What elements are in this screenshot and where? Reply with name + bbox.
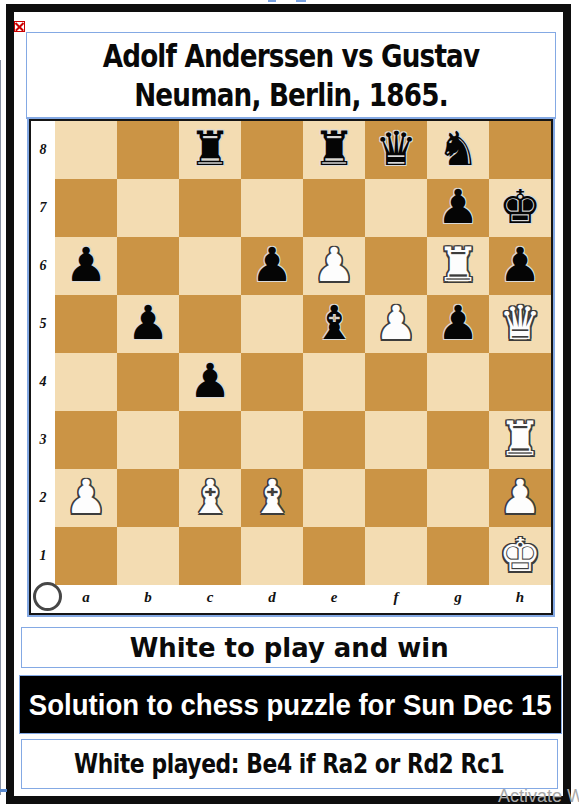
top-artifact-dash xyxy=(268,0,276,2)
solution-moves-box: White played: Be4 if Ra2 or Rd2 Rc1 xyxy=(21,739,558,789)
board-squares: ♜♜♛♞♟♚♟♟♟♜♟♟♝♟♟♛♟♜♟♝♝♟♚ xyxy=(55,121,551,585)
square-b1[interactable] xyxy=(117,527,179,585)
square-b3[interactable] xyxy=(117,411,179,469)
square-d7[interactable] xyxy=(241,179,303,237)
white-bishop-c2[interactable]: ♝ xyxy=(179,469,241,527)
top-artifact-dash xyxy=(296,0,306,2)
square-f3[interactable] xyxy=(365,411,427,469)
square-f7[interactable] xyxy=(365,179,427,237)
square-e8[interactable]: ♜ xyxy=(303,121,365,179)
white-rook-h3[interactable]: ♜ xyxy=(489,411,551,469)
square-e5[interactable]: ♝ xyxy=(303,295,365,353)
square-c7[interactable] xyxy=(179,179,241,237)
prompt-box: White to play and win xyxy=(21,627,558,668)
square-h8[interactable] xyxy=(489,121,551,179)
square-f2[interactable] xyxy=(365,469,427,527)
square-g6[interactable]: ♜ xyxy=(427,237,489,295)
square-d4[interactable] xyxy=(241,353,303,411)
rank-label-3: 3 xyxy=(31,411,55,469)
square-g1[interactable] xyxy=(427,527,489,585)
square-c5[interactable] xyxy=(179,295,241,353)
white-king-h1[interactable]: ♚ xyxy=(489,527,551,585)
square-a2[interactable]: ♟ xyxy=(55,469,117,527)
chess-board: 87654321 ♜♜♛♞♟♚♟♟♟♜♟♟♝♟♟♛♟♜♟♝♝♟♚ abcdefg… xyxy=(29,119,553,615)
square-d3[interactable] xyxy=(241,411,303,469)
square-g2[interactable] xyxy=(427,469,489,527)
file-label-g: g xyxy=(427,585,489,613)
square-b7[interactable] xyxy=(117,179,179,237)
square-h4[interactable] xyxy=(489,353,551,411)
square-f5[interactable]: ♟ xyxy=(365,295,427,353)
square-a1[interactable] xyxy=(55,527,117,585)
square-h3[interactable]: ♜ xyxy=(489,411,551,469)
rank-label-8: 8 xyxy=(31,121,55,179)
black-bishop-e5[interactable]: ♝ xyxy=(303,295,365,353)
white-rook-g6[interactable]: ♜ xyxy=(427,237,489,295)
square-a6[interactable]: ♟ xyxy=(55,237,117,295)
square-f8[interactable]: ♛ xyxy=(365,121,427,179)
square-c3[interactable] xyxy=(179,411,241,469)
black-rook-c8[interactable]: ♜ xyxy=(179,121,241,179)
rank-label-4: 4 xyxy=(31,353,55,411)
square-g4[interactable] xyxy=(427,353,489,411)
solution-header-box: Solution to chess puzzle for Sun Dec 15 xyxy=(19,675,562,734)
square-b6[interactable] xyxy=(117,237,179,295)
square-a8[interactable] xyxy=(55,121,117,179)
page: Adolf Anderssen vs Gustav Neuman, Berlin… xyxy=(0,0,579,804)
square-b8[interactable] xyxy=(117,121,179,179)
square-c8[interactable]: ♜ xyxy=(179,121,241,179)
square-g3[interactable] xyxy=(427,411,489,469)
bottom-artifact-dash xyxy=(0,789,7,792)
file-label-b: b xyxy=(117,585,179,613)
file-label-h: h xyxy=(489,585,551,613)
black-pawn-h6[interactable]: ♟ xyxy=(489,237,551,295)
square-h6[interactable]: ♟ xyxy=(489,237,551,295)
rank-labels: 87654321 xyxy=(31,121,55,585)
square-c6[interactable] xyxy=(179,237,241,295)
white-pawn-f5[interactable]: ♟ xyxy=(365,295,427,353)
square-b4[interactable] xyxy=(117,353,179,411)
square-d6[interactable]: ♟ xyxy=(241,237,303,295)
page-title-line1: Adolf Anderssen vs Gustav xyxy=(75,37,508,76)
file-labels: abcdefgh xyxy=(55,585,551,613)
square-a7[interactable] xyxy=(55,179,117,237)
file-label-e: e xyxy=(303,585,365,613)
square-e4[interactable] xyxy=(303,353,365,411)
square-g8[interactable]: ♞ xyxy=(427,121,489,179)
file-label-d: d xyxy=(241,585,303,613)
square-f4[interactable] xyxy=(365,353,427,411)
black-queen-f8[interactable]: ♛ xyxy=(365,121,427,179)
square-c2[interactable]: ♝ xyxy=(179,469,241,527)
square-e6[interactable]: ♟ xyxy=(303,237,365,295)
square-b5[interactable]: ♟ xyxy=(117,295,179,353)
square-f1[interactable] xyxy=(365,527,427,585)
rank-label-7: 7 xyxy=(31,179,55,237)
file-label-a: a xyxy=(55,585,117,613)
black-pawn-a6[interactable]: ♟ xyxy=(55,237,117,295)
square-h5[interactable]: ♛ xyxy=(489,295,551,353)
square-g7[interactable]: ♟ xyxy=(427,179,489,237)
black-rook-e8[interactable]: ♜ xyxy=(303,121,365,179)
square-c1[interactable] xyxy=(179,527,241,585)
square-d8[interactable] xyxy=(241,121,303,179)
white-queen-h5[interactable]: ♛ xyxy=(489,295,551,353)
black-pawn-d6[interactable]: ♟ xyxy=(241,237,303,295)
black-pawn-g5[interactable]: ♟ xyxy=(427,295,489,353)
activate-windows-watermark: Activate W xyxy=(498,786,579,804)
broken-image-icon xyxy=(14,21,25,32)
square-e3[interactable] xyxy=(303,411,365,469)
square-g5[interactable]: ♟ xyxy=(427,295,489,353)
black-king-h7[interactable]: ♚ xyxy=(489,179,551,237)
white-pawn-e6[interactable]: ♟ xyxy=(303,237,365,295)
square-a4[interactable] xyxy=(55,353,117,411)
square-d1[interactable] xyxy=(241,527,303,585)
square-b2[interactable] xyxy=(117,469,179,527)
square-a3[interactable] xyxy=(55,411,117,469)
square-d5[interactable] xyxy=(241,295,303,353)
page-title-line2: Neuman, Berlin, 1865. xyxy=(75,76,508,115)
black-pawn-g7[interactable]: ♟ xyxy=(427,179,489,237)
rank-label-6: 6 xyxy=(31,237,55,295)
square-f6[interactable] xyxy=(365,237,427,295)
screen-edge-line xyxy=(0,60,1,795)
square-h7[interactable]: ♚ xyxy=(489,179,551,237)
rank-label-2: 2 xyxy=(31,469,55,527)
file-label-c: c xyxy=(179,585,241,613)
square-c4[interactable]: ♟ xyxy=(179,353,241,411)
square-e1[interactable] xyxy=(303,527,365,585)
prompt-text: White to play and win xyxy=(130,632,449,663)
square-e7[interactable] xyxy=(303,179,365,237)
white-pawn-a2[interactable]: ♟ xyxy=(55,469,117,527)
black-knight-g8[interactable]: ♞ xyxy=(427,121,489,179)
square-a5[interactable] xyxy=(55,295,117,353)
black-pawn-b5[interactable]: ♟ xyxy=(117,295,179,353)
square-h2[interactable]: ♟ xyxy=(489,469,551,527)
square-h1[interactable]: ♚ xyxy=(489,527,551,585)
rank-label-1: 1 xyxy=(31,527,55,585)
solution-header-text: Solution to chess puzzle for Sun Dec 15 xyxy=(29,688,552,722)
solution-moves-text: White played: Be4 if Ra2 or Rd2 Rc1 xyxy=(74,749,504,779)
square-d2[interactable]: ♝ xyxy=(241,469,303,527)
rank-label-5: 5 xyxy=(31,295,55,353)
white-bishop-d2[interactable]: ♝ xyxy=(241,469,303,527)
title-box: Adolf Anderssen vs Gustav Neuman, Berlin… xyxy=(26,32,556,119)
white-pawn-h2[interactable]: ♟ xyxy=(489,469,551,527)
white-to-move-circle-icon xyxy=(33,582,62,611)
square-e2[interactable] xyxy=(303,469,365,527)
black-pawn-c4[interactable]: ♟ xyxy=(179,353,241,411)
file-label-f: f xyxy=(365,585,427,613)
